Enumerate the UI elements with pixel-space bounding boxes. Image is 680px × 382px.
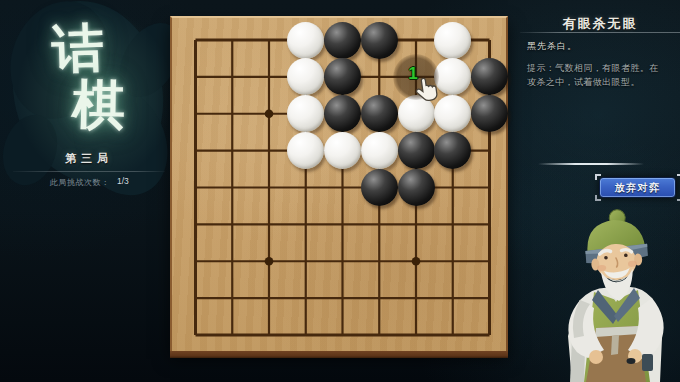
button-corner-bracket <box>595 195 601 201</box>
black-stone <box>361 169 398 206</box>
black-stone <box>361 95 398 132</box>
give-up-button-label: 放弃对弈 <box>615 181 661 195</box>
black-stone <box>398 169 435 206</box>
game-screen: 诘 棋 第三局 此局挑战次数： 1/3 1 有眼杀无眼 黑先杀白。 提示：气数相… <box>0 0 680 382</box>
white-stone <box>287 22 324 59</box>
white-stone <box>361 132 398 169</box>
puzzle-hint: 提示：气数相同，有眼者胜。在攻杀之中，试着做出眼型。 <box>527 62 664 89</box>
button-corner-bracket <box>595 174 601 180</box>
calligraphy-char-qi: 棋 <box>71 70 125 143</box>
black-stone <box>324 22 361 59</box>
round-label: 第三局 <box>30 151 148 166</box>
move-number-label: 1 <box>408 64 417 84</box>
left-panel-divider <box>13 171 165 172</box>
black-stone <box>398 132 435 169</box>
white-stone <box>434 22 471 59</box>
suggested-move-marker[interactable]: 1 <box>393 54 439 100</box>
black-stone <box>324 95 361 132</box>
black-stone <box>361 22 398 59</box>
black-stone <box>471 95 508 132</box>
white-stone <box>324 132 361 169</box>
button-divider <box>538 163 644 165</box>
title-divider <box>520 32 680 33</box>
attempts-label: 此局挑战次数： <box>50 177 110 188</box>
white-stone <box>398 95 435 132</box>
attempts-row: 此局挑战次数： 1/3 <box>50 177 150 189</box>
board-side-edge <box>170 351 508 358</box>
go-board[interactable]: 1 <box>170 16 508 351</box>
attempts-value: 1/3 <box>117 176 129 186</box>
npc-teacher-illustration <box>550 208 680 382</box>
puzzle-title: 有眼杀无眼 <box>520 15 680 33</box>
puzzle-objective: 黑先杀白。 <box>527 40 577 53</box>
give-up-button[interactable]: 放弃对弈 <box>599 177 676 198</box>
